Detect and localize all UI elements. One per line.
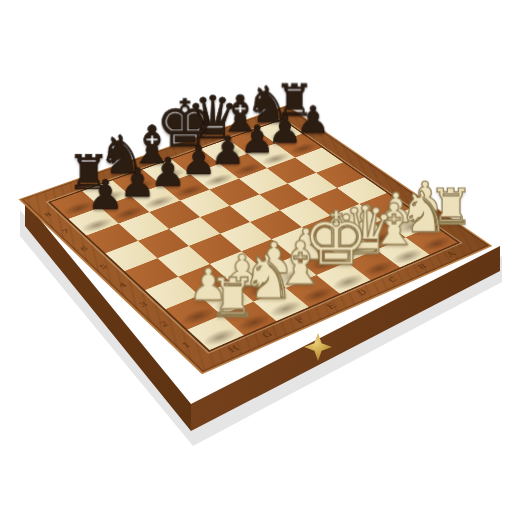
piece-black-pawn[interactable]: ♟ bbox=[181, 141, 216, 180]
rank-label-3: 3 bbox=[137, 300, 149, 308]
rank-label-8: 8 bbox=[43, 211, 54, 218]
file-label-b: B bbox=[415, 263, 428, 271]
file-label-f: F bbox=[293, 316, 306, 325]
piece-black-pawn[interactable]: ♟ bbox=[120, 163, 156, 203]
file-label-d: D bbox=[355, 288, 369, 297]
file-label-a: A bbox=[444, 250, 457, 258]
rank-label-1: 1 bbox=[180, 340, 193, 349]
chess-set-photo: ♜♞♝♚♛♝♞♜♟♟♟♟♟♟♟♟♟♟♟♟♟♟♟♟♜♞♝♚♛♝♞♜HGFEDCBA… bbox=[0, 0, 520, 520]
rank-label-5: 5 bbox=[97, 263, 109, 271]
board-3d-scene: ♜♞♝♚♛♝♞♜♟♟♟♟♟♟♟♟♟♟♟♟♟♟♟♟♜♞♝♚♛♝♞♜HGFEDCBA… bbox=[80, 52, 420, 392]
piece-black-pawn[interactable]: ♟ bbox=[151, 152, 187, 192]
wooden-board-frame: ♜♞♝♚♛♝♞♜♟♟♟♟♟♟♟♟♟♟♟♟♟♟♟♟♜♞♝♚♛♝♞♜HGFEDCBA… bbox=[19, 105, 493, 374]
file-label-h: H bbox=[226, 344, 241, 354]
file-label-c: C bbox=[386, 275, 400, 283]
rank-label-4: 4 bbox=[117, 281, 129, 289]
piece-black-pawn[interactable]: ♟ bbox=[88, 174, 124, 215]
file-label-e: E bbox=[325, 302, 339, 311]
rank-label-6: 6 bbox=[78, 245, 89, 252]
file-label-g: G bbox=[260, 330, 274, 339]
rank-label-7: 7 bbox=[60, 228, 71, 235]
rank-label-2: 2 bbox=[158, 320, 170, 329]
piece-white-rook[interactable]: ♜ bbox=[209, 270, 258, 324]
